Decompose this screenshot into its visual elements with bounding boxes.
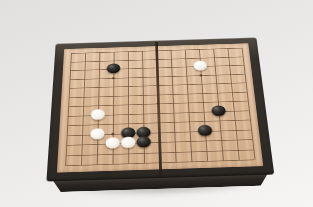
black-stone xyxy=(136,136,151,148)
white-stone xyxy=(90,128,105,139)
white-stone xyxy=(91,109,105,120)
go-board xyxy=(46,37,274,181)
board-frame xyxy=(46,37,274,181)
black-stone xyxy=(211,105,226,116)
black-stone xyxy=(197,124,212,135)
white-stone xyxy=(193,61,207,71)
board-group xyxy=(37,0,279,207)
star-point xyxy=(112,77,115,79)
black-stone xyxy=(107,63,121,73)
white-stone xyxy=(121,137,136,149)
star-point xyxy=(111,133,114,135)
grid-vline xyxy=(242,48,256,160)
star-point xyxy=(199,74,202,76)
white-stone xyxy=(105,137,120,149)
photo-scene xyxy=(0,0,313,207)
